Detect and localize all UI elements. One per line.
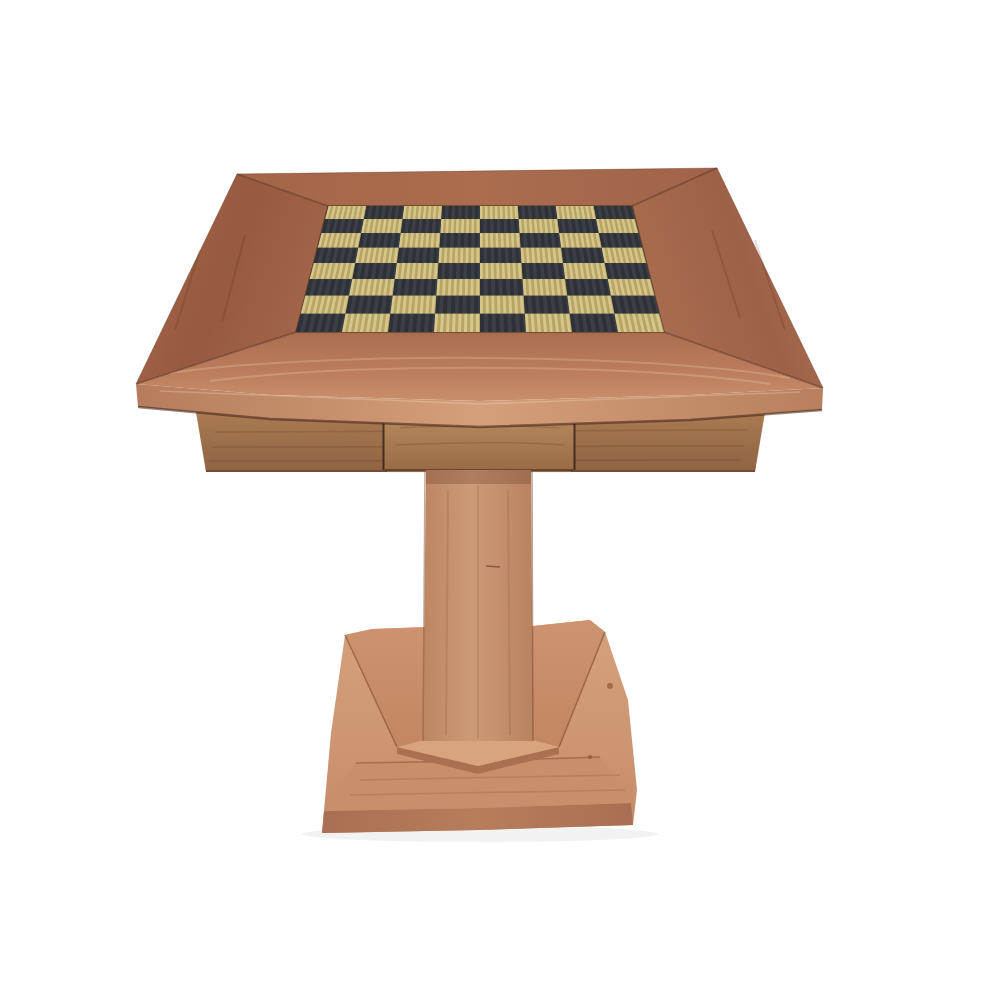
board-inlay-outline [296, 206, 664, 332]
wood-knot [588, 755, 592, 759]
wood-knot [607, 683, 613, 689]
table-illustration [0, 0, 1000, 1000]
column-mark [486, 566, 500, 567]
column-right-edge [532, 470, 533, 741]
chess-table-photo [0, 0, 1000, 1000]
column-top-shadow [426, 470, 531, 484]
